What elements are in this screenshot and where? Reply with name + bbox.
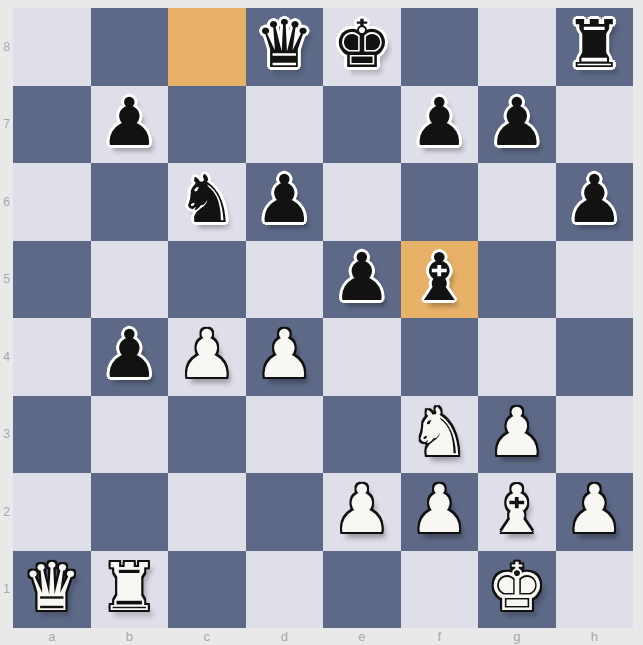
square-d6[interactable]: ♟ [246,163,324,241]
piece-black-king[interactable]: ♚ [332,6,391,83]
square-b4[interactable]: ♟ [91,318,169,396]
square-h1[interactable] [556,551,634,629]
square-g1[interactable]: ♚ [478,551,556,629]
square-b5[interactable] [91,241,169,319]
square-b6[interactable] [91,163,169,241]
square-f1[interactable] [401,551,479,629]
square-e4[interactable] [323,318,401,396]
piece-white-king[interactable]: ♚ [487,549,546,626]
square-f6[interactable] [401,163,479,241]
square-c5[interactable] [168,241,246,319]
piece-black-pawn[interactable]: ♟ [255,161,314,238]
square-h3[interactable] [556,396,634,474]
rank-label-7: 7 [0,86,13,164]
square-f8[interactable] [401,8,479,86]
square-g4[interactable] [478,318,556,396]
square-f3[interactable]: ♞ [401,396,479,474]
piece-white-pawn[interactable]: ♟ [255,316,314,393]
piece-black-rook[interactable]: ♜ [565,6,624,83]
piece-white-pawn[interactable]: ♟ [410,471,469,548]
square-g7[interactable]: ♟ [478,86,556,164]
square-h5[interactable] [556,241,634,319]
file-label-e: e [323,628,401,645]
rank-label-6: 6 [0,163,13,241]
square-h2[interactable]: ♟ [556,473,634,551]
file-label-g: g [478,628,556,645]
piece-white-rook[interactable]: ♜ [100,549,159,626]
square-b1[interactable]: ♜ [91,551,169,629]
square-a7[interactable] [13,86,91,164]
rank-label-4: 4 [0,318,13,396]
square-c1[interactable] [168,551,246,629]
square-e8[interactable]: ♚ [323,8,401,86]
file-label-a: a [13,628,91,645]
piece-black-pawn[interactable]: ♟ [100,316,159,393]
square-d7[interactable] [246,86,324,164]
piece-black-pawn[interactable]: ♟ [410,84,469,161]
piece-white-pawn[interactable]: ♟ [177,316,236,393]
square-e2[interactable]: ♟ [323,473,401,551]
square-h7[interactable] [556,86,634,164]
square-d3[interactable] [246,396,324,474]
file-label-c: c [168,628,246,645]
square-c2[interactable] [168,473,246,551]
rank-label-8: 8 [0,8,13,86]
square-a8[interactable] [13,8,91,86]
rank-label-3: 3 [0,396,13,474]
file-label-d: d [246,628,324,645]
piece-black-pawn[interactable]: ♟ [487,84,546,161]
square-g6[interactable] [478,163,556,241]
square-d1[interactable] [246,551,324,629]
chess-board: ♛♚♜♟♟♟♞♟♟♟♝♟♟♟♞♟♟♟♝♟♛♜♚ [13,8,633,628]
square-f4[interactable] [401,318,479,396]
square-b3[interactable] [91,396,169,474]
rank-label-1: 1 [0,551,13,629]
file-label-b: b [91,628,169,645]
piece-black-bishop[interactable]: ♝ [410,239,469,316]
square-b2[interactable] [91,473,169,551]
square-g8[interactable] [478,8,556,86]
piece-black-queen[interactable]: ♛ [255,6,314,83]
rank-label-2: 2 [0,473,13,551]
square-f7[interactable]: ♟ [401,86,479,164]
square-e6[interactable] [323,163,401,241]
square-d8[interactable]: ♛ [246,8,324,86]
square-h6[interactable]: ♟ [556,163,634,241]
square-f2[interactable]: ♟ [401,473,479,551]
square-a2[interactable] [13,473,91,551]
square-c6[interactable]: ♞ [168,163,246,241]
piece-black-pawn[interactable]: ♟ [100,84,159,161]
square-a5[interactable] [13,241,91,319]
square-c4[interactable]: ♟ [168,318,246,396]
piece-black-knight[interactable]: ♞ [177,161,236,238]
square-d4[interactable]: ♟ [246,318,324,396]
square-c8[interactable] [168,8,246,86]
square-a3[interactable] [13,396,91,474]
square-h8[interactable]: ♜ [556,8,634,86]
square-a1[interactable]: ♛ [13,551,91,629]
piece-black-pawn[interactable]: ♟ [565,161,624,238]
square-e3[interactable] [323,396,401,474]
file-label-f: f [401,628,479,645]
piece-white-knight[interactable]: ♞ [410,394,469,471]
square-e5[interactable]: ♟ [323,241,401,319]
square-h4[interactable] [556,318,634,396]
square-g3[interactable]: ♟ [478,396,556,474]
square-c3[interactable] [168,396,246,474]
square-g2[interactable]: ♝ [478,473,556,551]
square-a6[interactable] [13,163,91,241]
piece-white-pawn[interactable]: ♟ [487,394,546,471]
square-c7[interactable] [168,86,246,164]
piece-white-pawn[interactable]: ♟ [565,471,624,548]
rank-label-5: 5 [0,241,13,319]
file-label-h: h [556,628,634,645]
piece-white-bishop[interactable]: ♝ [487,471,546,548]
square-e7[interactable] [323,86,401,164]
square-b8[interactable] [91,8,169,86]
square-a4[interactable] [13,318,91,396]
square-b7[interactable]: ♟ [91,86,169,164]
square-d5[interactable] [246,241,324,319]
chess-board-screen: ♛♚♜♟♟♟♞♟♟♟♝♟♟♟♞♟♟♟♝♟♛♜♚ 87654321 abcdefg… [0,0,643,645]
piece-white-queen[interactable]: ♛ [22,549,81,626]
square-f5[interactable]: ♝ [401,241,479,319]
square-g5[interactable] [478,241,556,319]
square-d2[interactable] [246,473,324,551]
piece-black-pawn[interactable]: ♟ [332,239,391,316]
piece-white-pawn[interactable]: ♟ [332,471,391,548]
square-e1[interactable] [323,551,401,629]
